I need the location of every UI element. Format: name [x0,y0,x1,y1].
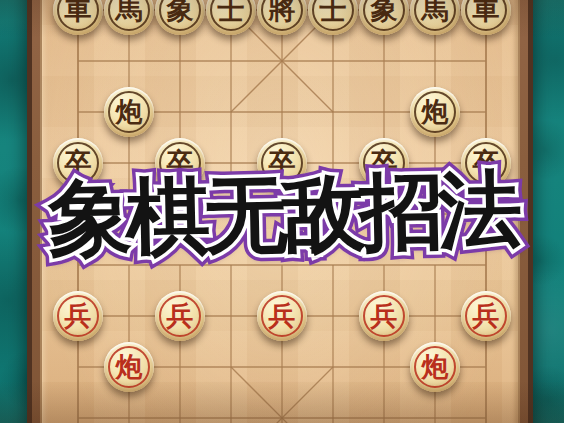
piece-black-r3-f2[interactable]: 卒 [155,138,205,188]
piece-glyph: 卒 [269,149,296,176]
piece-glyph: 兵 [269,302,296,329]
piece-black-r3-f6[interactable]: 卒 [359,138,409,188]
piece-glyph: 士 [218,0,245,23]
piece-glyph: 兵 [167,302,194,329]
piece-red-r6-f2[interactable]: 兵 [155,291,205,341]
piece-glyph: 炮 [116,353,143,380]
piece-red-r7-f1[interactable]: 炮 [104,342,154,392]
piece-glyph: 兵 [371,302,398,329]
piece-black-r2-f1[interactable]: 炮 [104,87,154,137]
piece-glyph: 士 [320,0,347,23]
piece-glyph: 卒 [167,149,194,176]
piece-glyph: 炮 [422,98,449,125]
piece-glyph: 兵 [473,302,500,329]
piece-glyph: 馬 [422,0,449,23]
piece-glyph: 車 [473,0,500,23]
piece-glyph: 炮 [422,353,449,380]
piece-glyph: 將 [269,0,296,23]
piece-black-r2-f7[interactable]: 炮 [410,87,460,137]
piece-glyph: 炮 [116,98,143,125]
piece-glyph: 馬 [116,0,143,23]
xiangqi-board-screen: 車馬象士將士象馬車炮炮卒卒卒卒卒兵兵兵兵炮兵炮 象棋无敌招法 象棋无敌招法 象棋… [0,0,564,423]
piece-red-r6-f6[interactable]: 兵 [359,291,409,341]
piece-black-r3-f4[interactable]: 卒 [257,138,307,188]
piece-red-r7-f7[interactable]: 炮 [410,342,460,392]
piece-red-r6-f8[interactable]: 兵 [461,291,511,341]
piece-red-r6-f4[interactable]: 兵 [257,291,307,341]
piece-glyph: 卒 [65,149,92,176]
piece-glyph: 兵 [65,302,92,329]
piece-black-r3-f0[interactable]: 卒 [53,138,103,188]
piece-glyph: 卒 [473,149,500,176]
piece-glyph: 車 [65,0,92,23]
piece-glyph: 象 [167,0,194,23]
piece-glyph: 象 [371,0,398,23]
piece-black-r3-f8[interactable]: 卒 [461,138,511,188]
piece-glyph: 卒 [371,149,398,176]
piece-red-r6-f0[interactable]: 兵 [53,291,103,341]
